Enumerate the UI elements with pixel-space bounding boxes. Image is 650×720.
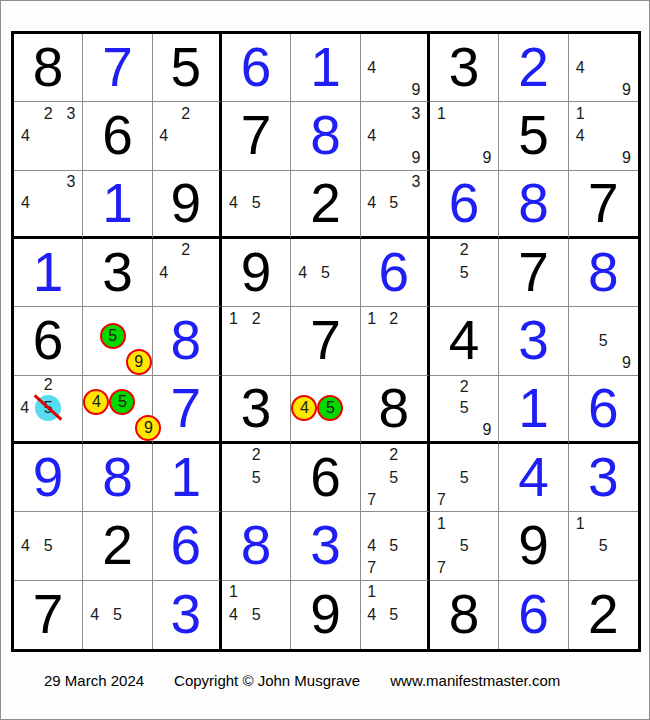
candidate-slot-6 — [405, 330, 427, 352]
candidate-slot-8 — [37, 147, 60, 169]
candidate-slot-1: 1 — [569, 512, 592, 534]
candidate-slot-4: 4 — [361, 125, 383, 147]
given-digit: 2 — [83, 512, 151, 579]
candidate-slot-4: 4 — [83, 603, 106, 626]
candidate-slot-3 — [268, 444, 291, 466]
candidate-slot-3 — [476, 444, 499, 466]
cell-r1c2[interactable]: 7 — [83, 34, 152, 102]
candidate-digit: 5 — [113, 606, 122, 624]
candidate-digit: 9 — [482, 421, 491, 439]
given-digit: 7 — [222, 102, 290, 169]
candidate-slot-2 — [106, 581, 129, 604]
cell-r3c1[interactable]: 34 — [14, 171, 83, 239]
candidate-slot-5: 5 — [35, 395, 61, 421]
candidate-digit: 9 — [411, 149, 420, 167]
candidate-slot-8 — [383, 557, 405, 579]
given-digit: 9 — [153, 171, 219, 236]
candidate-slot-5: 5 — [109, 389, 135, 415]
candidates: 259 — [430, 376, 498, 441]
candidate-slot-9 — [268, 489, 291, 511]
candidate-slot-4: 4 — [14, 395, 35, 421]
candidate-slot-7 — [222, 489, 245, 511]
cell-r3c7[interactable]: 6 — [430, 171, 499, 239]
candidate-slot-8 — [383, 147, 405, 169]
candidate-slot-5 — [383, 125, 405, 147]
candidate-slot-9 — [476, 489, 499, 511]
cell-r3c9[interactable]: 7 — [569, 171, 638, 239]
candidate-slot-4: 4 — [361, 56, 383, 78]
cell-r1c9[interactable]: 49 — [569, 34, 638, 102]
candidate-slot-9 — [197, 284, 219, 306]
cell-r8c8[interactable]: 9 — [499, 512, 568, 580]
candidate-slot-7 — [361, 214, 383, 236]
cell-r6c5[interactable]: 45 — [291, 376, 360, 444]
given-digit: 8 — [430, 581, 498, 649]
cell-r2c5[interactable]: 8 — [291, 102, 360, 170]
candidate-slot-3 — [476, 102, 499, 124]
candidate-digit: 5 — [252, 606, 261, 624]
candidate-slot-4: 4 — [153, 261, 175, 283]
candidate-slot-2: 2 — [245, 307, 268, 329]
candidate-slot-3 — [405, 34, 427, 56]
cell-r4c7[interactable]: 25 — [430, 239, 499, 307]
candidate-slot-6 — [615, 330, 638, 352]
cell-r4c6[interactable]: 6 — [361, 239, 430, 307]
solved-digit: 8 — [499, 171, 567, 236]
candidate-slot-4: 4 — [569, 125, 592, 147]
candidate-slot-9 — [268, 352, 291, 374]
candidate-slot-3 — [476, 376, 499, 398]
candidate-slot-3 — [61, 376, 82, 396]
candidates: 12 — [222, 307, 290, 374]
cell-r2c8[interactable]: 5 — [499, 102, 568, 170]
candidate-slot-2 — [317, 376, 343, 396]
cell-r4c2[interactable]: 3 — [83, 239, 152, 307]
cell-r6c3[interactable]: 7 — [153, 376, 222, 444]
candidate-digit: 2 — [252, 446, 261, 464]
candidate-slot-8 — [592, 352, 615, 374]
candidate-digit: 4 — [367, 127, 376, 145]
candidate-slot-5: 5 — [383, 192, 405, 214]
candidate-slot-9: 9 — [126, 349, 152, 375]
cell-r6c8[interactable]: 1 — [499, 376, 568, 444]
cell-r7c9[interactable]: 3 — [569, 444, 638, 512]
candidate-slot-6 — [405, 535, 427, 557]
candidate-slot-4 — [83, 323, 99, 349]
solved-digit: 1 — [499, 376, 567, 441]
cell-r3c6[interactable]: 345 — [361, 171, 430, 239]
candidate-digit: 1 — [367, 583, 376, 601]
cell-r6c1[interactable]: 245 — [14, 376, 83, 444]
cell-r7c8[interactable]: 4 — [499, 444, 568, 512]
cell-r2c2[interactable]: 6 — [83, 102, 152, 170]
candidate-digit: 3 — [66, 173, 75, 191]
candidate-slot-3 — [197, 102, 219, 124]
candidate-digit: 4 — [229, 194, 238, 212]
candidate-slot-9 — [343, 421, 359, 441]
candidate-slot-1 — [291, 376, 317, 396]
candidate-eliminated-highlight: 5 — [35, 395, 61, 421]
candidate-slot-7 — [83, 626, 106, 649]
solved-digit: 7 — [153, 376, 219, 441]
candidate-slot-9: 9 — [615, 352, 638, 374]
candidate-slot-2 — [592, 34, 615, 56]
candidate-slot-9 — [129, 626, 152, 649]
given-digit: 3 — [83, 239, 151, 306]
candidate-digit: 7 — [437, 559, 446, 577]
cell-r9c6[interactable]: 145 — [361, 581, 430, 649]
candidate-slot-5: 5 — [592, 330, 615, 352]
candidate-slot-3 — [615, 34, 638, 56]
candidates: 345 — [361, 171, 427, 236]
candidate-digit: 3 — [411, 173, 420, 191]
candidate-slot-4 — [430, 125, 453, 147]
cell-r9c4[interactable]: 145 — [222, 581, 291, 649]
candidate-slot-9 — [405, 557, 427, 579]
candidate-slot-5: 5 — [453, 466, 476, 488]
candidate-slot-5: 5 — [453, 397, 476, 419]
candidate-digit: 4 — [367, 59, 376, 77]
candidate-digit: 2 — [44, 376, 53, 394]
cell-r1c7[interactable]: 3 — [430, 34, 499, 102]
given-digit: 2 — [291, 171, 359, 236]
cell-r2c4[interactable]: 7 — [222, 102, 291, 170]
cell-r1c5[interactable]: 1 — [291, 34, 360, 102]
solved-digit: 3 — [499, 307, 567, 374]
candidate-slot-6 — [615, 125, 638, 147]
candidate-slot-4: 4 — [222, 192, 245, 214]
cell-r2c7[interactable]: 19 — [430, 102, 499, 170]
candidate-digit: 4 — [367, 537, 376, 555]
candidate-slot-7 — [569, 557, 592, 579]
candidate-slot-9: 9 — [476, 147, 499, 169]
cell-r9c9[interactable]: 2 — [569, 581, 638, 649]
candidate-slot-1: 1 — [222, 581, 245, 604]
cell-r9c3[interactable]: 3 — [153, 581, 222, 649]
candidate-slot-7 — [14, 214, 37, 236]
candidates: 19 — [430, 102, 498, 169]
candidate-digit: 2 — [181, 241, 190, 259]
cell-r9c5[interactable]: 9 — [291, 581, 360, 649]
given-digit: 3 — [222, 376, 290, 441]
candidate-slot-7 — [569, 79, 592, 101]
solved-digit: 8 — [153, 307, 219, 374]
solved-digit: 6 — [153, 512, 219, 579]
candidate-slot-8 — [592, 557, 615, 579]
candidate-slot-1 — [361, 171, 383, 193]
cell-r6c2[interactable]: 459 — [83, 376, 152, 444]
cell-r1c8[interactable]: 2 — [499, 34, 568, 102]
candidates: 12 — [361, 307, 427, 374]
candidate-highlight-yellow: 4 — [291, 395, 317, 421]
candidate-slot-1 — [361, 444, 383, 466]
candidate-slot-8 — [383, 489, 405, 511]
candidate-digit: 4 — [576, 127, 585, 145]
candidate-slot-4: 4 — [361, 535, 383, 557]
candidate-slot-8 — [383, 214, 405, 236]
candidate-slot-3 — [405, 512, 427, 534]
candidates: 457 — [361, 512, 427, 579]
cell-r6c7[interactable]: 259 — [430, 376, 499, 444]
cell-r7c1[interactable]: 9 — [14, 444, 83, 512]
candidate-slot-9: 9 — [615, 147, 638, 169]
cell-r8c3[interactable]: 6 — [153, 512, 222, 580]
candidate-slot-2 — [592, 512, 615, 534]
candidates: 24 — [153, 102, 219, 169]
cell-r4c3[interactable]: 24 — [153, 239, 222, 307]
candidate-slot-3 — [197, 239, 219, 261]
given-digit: 6 — [291, 444, 359, 511]
cell-r4c8[interactable]: 7 — [499, 239, 568, 307]
candidate-digit: 4 — [159, 127, 168, 145]
candidate-slot-6 — [405, 603, 427, 626]
candidate-digit: 5 — [389, 537, 398, 555]
cell-r2c6[interactable]: 349 — [361, 102, 430, 170]
candidate-slot-4: 4 — [14, 192, 37, 214]
candidate-slot-4 — [430, 397, 453, 419]
cell-r3c8[interactable]: 8 — [499, 171, 568, 239]
candidate-slot-4 — [430, 466, 453, 488]
candidate-slot-6 — [476, 261, 499, 283]
candidate-slot-6 — [268, 603, 291, 626]
cell-r8c4[interactable]: 8 — [222, 512, 291, 580]
solved-digit: 9 — [14, 444, 82, 511]
candidate-slot-1 — [430, 376, 453, 398]
cell-r6c9[interactable]: 6 — [569, 376, 638, 444]
given-digit: 9 — [499, 512, 567, 579]
candidates: 59 — [569, 307, 638, 374]
candidate-slot-8 — [106, 626, 129, 649]
candidate-slot-3: 3 — [405, 171, 427, 193]
candidate-slot-1: 1 — [430, 102, 453, 124]
cell-r5c7[interactable]: 4 — [430, 307, 499, 375]
candidate-digit: 2 — [44, 105, 53, 123]
candidate-slot-5: 5 — [106, 603, 129, 626]
candidate-slot-9 — [60, 147, 83, 169]
candidate-slot-4: 4 — [361, 192, 383, 214]
candidate-slot-9 — [60, 214, 83, 236]
given-digit: 8 — [361, 376, 427, 441]
candidates: 57 — [430, 444, 498, 511]
candidate-slot-5 — [383, 330, 405, 352]
candidate-slot-7 — [153, 284, 175, 306]
candidate-digit: 5 — [44, 537, 53, 555]
candidate-slot-4 — [361, 466, 383, 488]
candidate-digit: 7 — [437, 491, 446, 509]
candidate-slot-5: 5 — [383, 466, 405, 488]
footer: 29 March 2024Copyright © John Musgraveww… — [44, 672, 560, 689]
candidate-slot-6 — [337, 261, 360, 283]
candidate-digit: 2 — [389, 446, 398, 464]
candidate-slot-7 — [430, 147, 453, 169]
candidate-slot-7 — [361, 626, 383, 649]
cell-r4c1[interactable]: 1 — [14, 239, 83, 307]
cell-r1c3[interactable]: 5 — [153, 34, 222, 102]
candidate-slot-5: 5 — [245, 466, 268, 488]
cell-r5c1[interactable]: 6 — [14, 307, 83, 375]
cell-r7c5[interactable]: 6 — [291, 444, 360, 512]
candidate-slot-2 — [100, 307, 126, 322]
cell-r8c7[interactable]: 157 — [430, 512, 499, 580]
candidate-slot-5 — [592, 125, 615, 147]
candidate-slot-5: 5 — [100, 323, 126, 349]
given-digit: 8 — [14, 34, 82, 101]
candidate-slot-9: 9 — [476, 419, 499, 441]
cell-r1c4[interactable]: 6 — [222, 34, 291, 102]
given-digit: 9 — [222, 239, 290, 306]
candidate-slot-1: 1 — [430, 512, 453, 534]
candidate-slot-7 — [222, 352, 245, 374]
candidate-digit: 4 — [21, 127, 30, 145]
cell-r1c1[interactable]: 8 — [14, 34, 83, 102]
candidate-slot-7 — [291, 284, 314, 306]
candidate-slot-4: 4 — [83, 389, 109, 415]
candidates: 49 — [569, 34, 638, 101]
candidate-slot-6 — [405, 125, 427, 147]
candidate-digit: 5 — [460, 469, 469, 487]
candidate-slot-1 — [222, 171, 245, 193]
given-digit: 6 — [83, 102, 151, 169]
candidate-highlight-yellow: 9 — [126, 349, 152, 375]
candidate-slot-4 — [222, 330, 245, 352]
cell-r4c4[interactable]: 9 — [222, 239, 291, 307]
solved-digit: 6 — [569, 376, 638, 441]
candidates: 24 — [153, 239, 219, 306]
cell-r6c6[interactable]: 8 — [361, 376, 430, 444]
candidate-highlight-green: 5 — [100, 323, 126, 349]
candidate-slot-2: 2 — [175, 102, 197, 124]
candidate-slot-4: 4 — [361, 603, 383, 626]
cell-r3c2[interactable]: 1 — [83, 171, 152, 239]
solved-digit: 1 — [153, 444, 219, 511]
candidate-slot-2: 2 — [453, 239, 476, 261]
cell-r3c3[interactable]: 9 — [153, 171, 222, 239]
cell-r5c8[interactable]: 3 — [499, 307, 568, 375]
cell-r9c8[interactable]: 6 — [499, 581, 568, 649]
candidate-slot-5 — [37, 192, 60, 214]
cell-r4c5[interactable]: 45 — [291, 239, 360, 307]
cell-r5c3[interactable]: 8 — [153, 307, 222, 375]
candidate-slot-4: 4 — [153, 125, 175, 147]
candidates: 25 — [222, 444, 290, 511]
cell-r7c7[interactable]: 57 — [430, 444, 499, 512]
candidate-slot-4: 4 — [14, 125, 37, 147]
cell-r9c7[interactable]: 8 — [430, 581, 499, 649]
cell-r4c9[interactable]: 8 — [569, 239, 638, 307]
candidate-digit: 5 — [389, 194, 398, 212]
candidate-slot-7 — [14, 557, 37, 579]
candidate-slot-3 — [405, 581, 427, 604]
candidate-slot-2: 2 — [175, 239, 197, 261]
candidate-slot-4 — [569, 535, 592, 557]
candidate-slot-2 — [383, 102, 405, 124]
cell-r2c9[interactable]: 149 — [569, 102, 638, 170]
candidate-digit: 9 — [411, 81, 420, 99]
candidates: 25 — [430, 239, 498, 306]
candidate-slot-2 — [383, 512, 405, 534]
candidate-slot-1 — [83, 307, 99, 322]
given-digit: 5 — [499, 102, 567, 169]
candidate-slot-6 — [60, 125, 83, 147]
candidate-slot-9 — [615, 557, 638, 579]
cell-r7c4[interactable]: 25 — [222, 444, 291, 512]
candidate-slot-5: 5 — [592, 535, 615, 557]
cell-r5c2[interactable]: 59 — [83, 307, 152, 375]
cell-r6c4[interactable]: 3 — [222, 376, 291, 444]
candidate-slot-8 — [453, 419, 476, 441]
cell-r7c6[interactable]: 257 — [361, 444, 430, 512]
candidate-highlight-green: 5 — [109, 389, 135, 415]
given-digit: 7 — [14, 581, 82, 649]
candidate-digit: 4 — [229, 606, 238, 624]
candidate-slot-6 — [615, 56, 638, 78]
cell-r2c1[interactable]: 234 — [14, 102, 83, 170]
candidate-slot-2: 2 — [35, 376, 61, 396]
cell-r5c4[interactable]: 12 — [222, 307, 291, 375]
candidate-digit: 1 — [367, 310, 376, 328]
cell-r9c2[interactable]: 45 — [83, 581, 152, 649]
candidate-digit: 4 — [21, 537, 30, 555]
candidate-digit: 5 — [599, 332, 608, 350]
candidates: 157 — [430, 512, 498, 579]
candidate-digit: 3 — [411, 105, 420, 123]
candidate-slot-2 — [453, 102, 476, 124]
cell-r7c3[interactable]: 1 — [153, 444, 222, 512]
candidate-digit: 1 — [229, 583, 238, 601]
cell-r3c4[interactable]: 45 — [222, 171, 291, 239]
page: 8756149324923462478349195149341945234568… — [0, 0, 650, 720]
candidate-digit: 7 — [367, 491, 376, 509]
candidate-slot-7: 7 — [430, 489, 453, 511]
cell-r8c1[interactable]: 45 — [14, 512, 83, 580]
candidate-digit: 5 — [460, 264, 469, 282]
footer-website: www.manifestmaster.com — [390, 672, 560, 689]
candidate-slot-1 — [14, 102, 37, 124]
cell-r5c5[interactable]: 7 — [291, 307, 360, 375]
cell-r3c5[interactable]: 2 — [291, 171, 360, 239]
candidate-slot-8 — [592, 147, 615, 169]
cell-r8c5[interactable]: 3 — [291, 512, 360, 580]
candidate-slot-2 — [383, 171, 405, 193]
cell-r1c6[interactable]: 49 — [361, 34, 430, 102]
given-digit: 3 — [430, 34, 498, 101]
cell-r7c2[interactable]: 8 — [83, 444, 152, 512]
candidate-slot-2: 2 — [383, 444, 405, 466]
candidate-slot-2 — [37, 512, 60, 534]
cell-r5c6[interactable]: 12 — [361, 307, 430, 375]
candidate-slot-7 — [291, 421, 317, 441]
solved-digit: 8 — [291, 102, 359, 169]
cell-r8c6[interactable]: 457 — [361, 512, 430, 580]
cell-r9c1[interactable]: 7 — [14, 581, 83, 649]
cell-r8c2[interactable]: 2 — [83, 512, 152, 580]
candidate-slot-3 — [268, 171, 291, 193]
candidate-slot-5 — [37, 125, 60, 147]
candidate-digit: 1 — [437, 105, 446, 123]
candidate-digit: 2 — [389, 310, 398, 328]
solved-digit: 7 — [83, 34, 151, 101]
cell-r5c9[interactable]: 59 — [569, 307, 638, 375]
cell-r2c3[interactable]: 24 — [153, 102, 222, 170]
candidate-digit: 4 — [21, 194, 30, 212]
cell-r8c9[interactable]: 15 — [569, 512, 638, 580]
candidate-slot-7: 7 — [361, 557, 383, 579]
candidate-slot-6 — [197, 261, 219, 283]
candidate-slot-6 — [476, 535, 499, 557]
candidate-digit: 5 — [252, 469, 261, 487]
candidate-slot-9 — [476, 557, 499, 579]
candidate-digit: 1 — [437, 515, 446, 533]
